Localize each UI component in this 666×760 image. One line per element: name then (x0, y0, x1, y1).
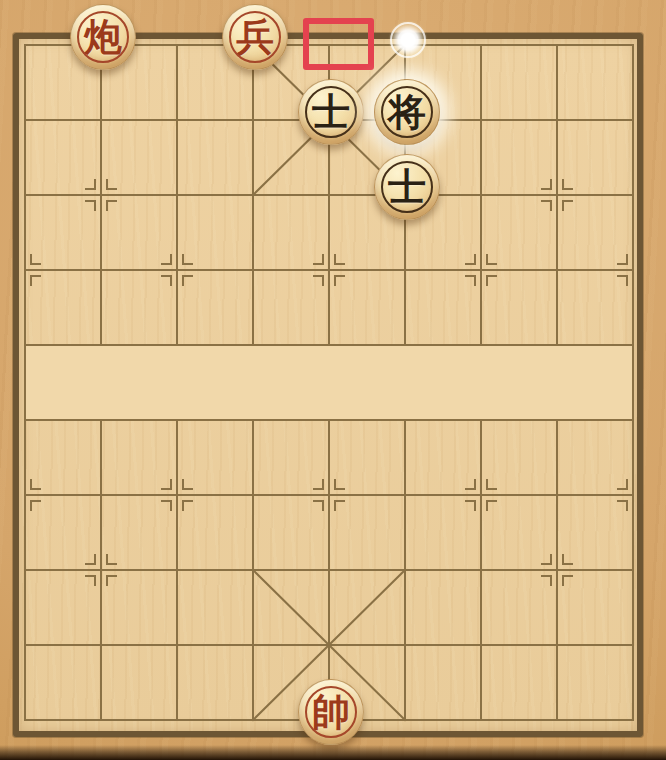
piece-black-advisor2[interactable]: 士 (374, 154, 440, 220)
piece-glyph: 士 (312, 93, 350, 131)
piece-glyph: 将 (388, 93, 426, 131)
piece-red-general[interactable]: 帥 (298, 679, 364, 745)
piece-glyph: 炮 (84, 18, 122, 56)
piece-red-cannon[interactable]: 炮 (70, 4, 136, 70)
piece-glyph: 帥 (312, 693, 350, 731)
pieces-layer: 炮兵士将士帥 (0, 7, 666, 757)
piece-black-advisor[interactable]: 士 (298, 79, 364, 145)
piece-glyph: 士 (388, 168, 426, 206)
piece-red-soldier[interactable]: 兵 (222, 4, 288, 70)
game-screen: 炮兵士将士帥 (0, 0, 666, 760)
piece-glyph: 兵 (236, 18, 274, 56)
piece-black-general[interactable]: 将 (374, 79, 440, 145)
screen-bottom-shadow (0, 745, 666, 760)
